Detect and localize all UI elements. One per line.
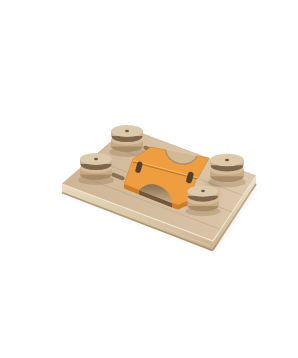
peg-front-right[interactable] (186, 185, 221, 216)
peg-back-left[interactable] (109, 125, 145, 157)
product-photo (0, 0, 298, 358)
peg-back-right[interactable] (208, 154, 246, 188)
peg-front-left[interactable] (78, 153, 114, 185)
